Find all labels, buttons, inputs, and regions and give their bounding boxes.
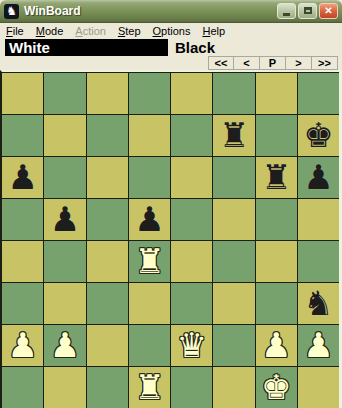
square-g4[interactable] <box>256 241 297 282</box>
to-end-button[interactable]: >> <box>312 56 338 70</box>
square-e2[interactable]: ♛ <box>171 325 212 366</box>
square-a4[interactable] <box>2 241 43 282</box>
square-g2[interactable]: ♟ <box>256 325 297 366</box>
menu-item-options[interactable]: Options <box>147 24 197 38</box>
forward-button[interactable]: > <box>286 56 312 70</box>
menu-bar: FileModeActionStepOptionsHelp <box>0 23 342 39</box>
square-d6[interactable] <box>129 157 170 198</box>
square-h6[interactable]: ♟ <box>298 157 339 198</box>
to-start-button[interactable]: << <box>208 56 234 70</box>
square-f5[interactable] <box>213 199 254 240</box>
piece-white-pawn[interactable]: ♟ <box>50 328 80 362</box>
square-c4[interactable] <box>87 241 128 282</box>
square-c7[interactable] <box>87 115 128 156</box>
square-e3[interactable] <box>171 283 212 324</box>
piece-white-pawn[interactable]: ♟ <box>303 328 333 362</box>
square-c6[interactable] <box>87 157 128 198</box>
square-g3[interactable] <box>256 283 297 324</box>
chess-board: ♜♚♟♜♟♟♟♜♞♟♟♛♟♟♜♚ <box>2 72 339 408</box>
piece-white-king[interactable]: ♚ <box>261 370 291 404</box>
piece-white-pawn[interactable]: ♟ <box>261 328 291 362</box>
square-c8[interactable] <box>87 73 128 114</box>
square-f4[interactable] <box>213 241 254 282</box>
menu-item-mode[interactable]: Mode <box>30 24 70 38</box>
square-a5[interactable] <box>2 199 43 240</box>
menu-item-file[interactable]: File <box>0 24 30 38</box>
piece-black-rook[interactable]: ♜ <box>219 118 249 152</box>
back-button[interactable]: < <box>234 56 260 70</box>
square-b1[interactable] <box>44 367 85 408</box>
minimize-button[interactable] <box>277 3 296 19</box>
board-frame: ♜♚♟♜♟♟♟♜♞♟♟♛♟♟♜♚ <box>0 70 342 408</box>
white-clock[interactable]: White <box>5 39 168 56</box>
piece-white-queen[interactable]: ♛ <box>176 328 206 362</box>
piece-black-king[interactable]: ♚ <box>303 118 333 152</box>
minimize-icon <box>283 13 290 16</box>
square-b7[interactable] <box>44 115 85 156</box>
square-d5[interactable]: ♟ <box>129 199 170 240</box>
square-a3[interactable] <box>2 283 43 324</box>
square-f8[interactable] <box>213 73 254 114</box>
square-f6[interactable] <box>213 157 254 198</box>
square-e7[interactable] <box>171 115 212 156</box>
square-h4[interactable] <box>298 241 339 282</box>
square-f7[interactable]: ♜ <box>213 115 254 156</box>
square-b8[interactable] <box>44 73 85 114</box>
square-h5[interactable] <box>298 199 339 240</box>
square-b2[interactable]: ♟ <box>44 325 85 366</box>
square-a6[interactable]: ♟ <box>2 157 43 198</box>
square-e4[interactable] <box>171 241 212 282</box>
close-button[interactable]: ✕ <box>319 3 338 19</box>
square-e8[interactable] <box>171 73 212 114</box>
square-h1[interactable] <box>298 367 339 408</box>
square-b6[interactable] <box>44 157 85 198</box>
piece-black-rook[interactable]: ♜ <box>261 160 291 194</box>
square-e1[interactable] <box>171 367 212 408</box>
piece-white-rook[interactable]: ♜ <box>134 244 164 278</box>
nav-button-row: <<<P>>> <box>208 56 338 70</box>
square-h8[interactable] <box>298 73 339 114</box>
square-g8[interactable] <box>256 73 297 114</box>
square-f3[interactable] <box>213 283 254 324</box>
maximize-button[interactable] <box>298 3 317 19</box>
piece-black-pawn[interactable]: ♟ <box>7 160 37 194</box>
square-h3[interactable]: ♞ <box>298 283 339 324</box>
square-d4[interactable]: ♜ <box>129 241 170 282</box>
square-a7[interactable] <box>2 115 43 156</box>
square-g5[interactable] <box>256 199 297 240</box>
square-g7[interactable] <box>256 115 297 156</box>
square-h2[interactable]: ♟ <box>298 325 339 366</box>
piece-white-pawn[interactable]: ♟ <box>7 328 37 362</box>
black-clock[interactable]: Black <box>175 39 215 56</box>
square-c3[interactable] <box>87 283 128 324</box>
square-d7[interactable] <box>129 115 170 156</box>
square-d3[interactable] <box>129 283 170 324</box>
winboard-knight-icon[interactable]: ♞ <box>4 4 19 19</box>
square-g1[interactable]: ♚ <box>256 367 297 408</box>
window-controls: ✕ <box>277 3 338 19</box>
piece-white-rook[interactable]: ♜ <box>134 370 164 404</box>
square-e6[interactable] <box>171 157 212 198</box>
close-icon: ✕ <box>324 5 332 16</box>
window-titlebar: ♞ WinBoard ✕ <box>0 0 342 23</box>
square-a8[interactable] <box>2 73 43 114</box>
menu-item-help[interactable]: Help <box>196 24 231 38</box>
menu-item-action: Action <box>69 24 112 38</box>
square-d8[interactable] <box>129 73 170 114</box>
square-b3[interactable] <box>44 283 85 324</box>
piece-black-pawn[interactable]: ♟ <box>134 202 164 236</box>
square-b5[interactable]: ♟ <box>44 199 85 240</box>
maximize-icon <box>304 7 312 14</box>
square-c1[interactable] <box>87 367 128 408</box>
square-d2[interactable] <box>129 325 170 366</box>
square-b4[interactable] <box>44 241 85 282</box>
clock-row: White Black <box>0 39 342 56</box>
square-c5[interactable] <box>87 199 128 240</box>
square-a1[interactable] <box>2 367 43 408</box>
square-f2[interactable] <box>213 325 254 366</box>
square-c2[interactable] <box>87 325 128 366</box>
window-title: WinBoard <box>24 4 277 18</box>
square-f1[interactable] <box>213 367 254 408</box>
square-e5[interactable] <box>171 199 212 240</box>
pause-button[interactable]: P <box>260 56 286 70</box>
square-d1[interactable]: ♜ <box>129 367 170 408</box>
square-h7[interactable]: ♚ <box>298 115 339 156</box>
piece-black-knight[interactable]: ♞ <box>303 286 333 320</box>
square-g6[interactable]: ♜ <box>256 157 297 198</box>
piece-black-pawn[interactable]: ♟ <box>50 202 80 236</box>
menu-item-step[interactable]: Step <box>112 24 147 38</box>
square-a2[interactable]: ♟ <box>2 325 43 366</box>
piece-black-pawn[interactable]: ♟ <box>303 160 333 194</box>
